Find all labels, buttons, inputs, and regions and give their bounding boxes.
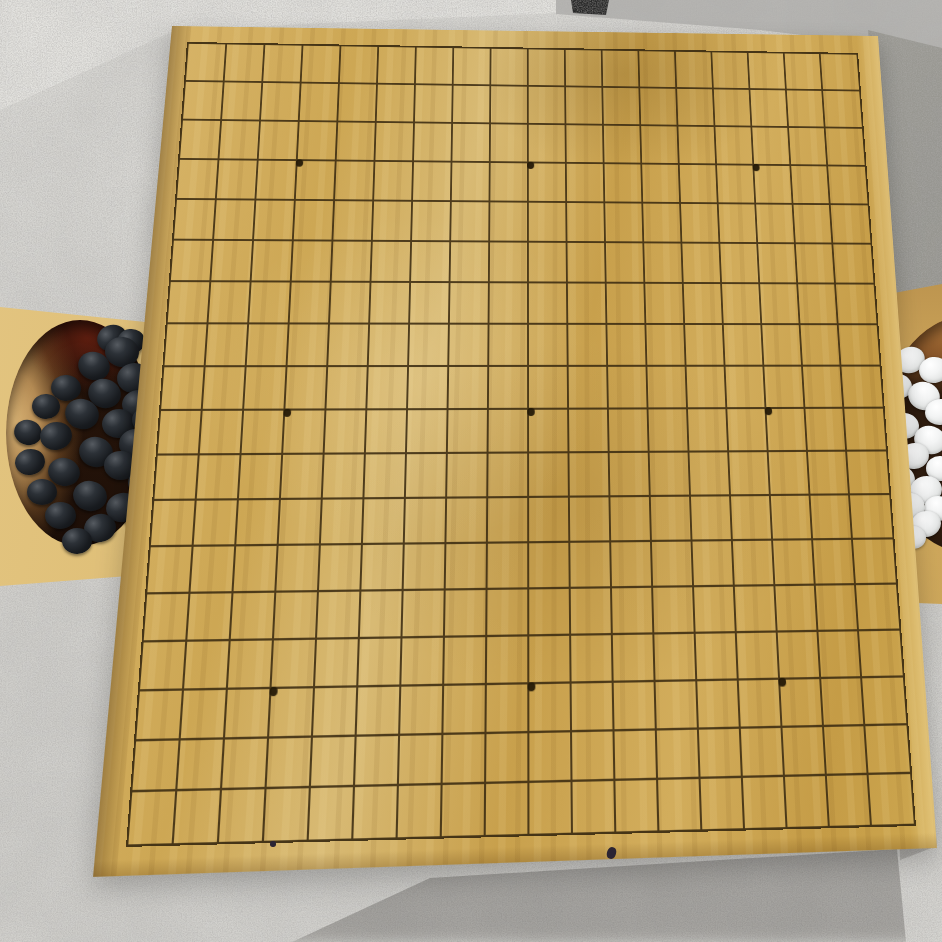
grid-cell [773,540,816,586]
grid-cell [489,367,529,410]
grid-cell [404,544,447,591]
grid-cell [358,638,402,687]
grid-cell [233,546,278,593]
grid-cell [647,367,688,410]
grid-cell [321,499,365,545]
grid-cell [775,586,818,633]
grid-cell [294,201,335,242]
board-grid [126,42,916,847]
grid-cell [360,591,404,639]
grid-cell [239,455,283,500]
grid-cell [841,367,882,409]
grid-cell [682,244,722,284]
grid-cell [340,46,379,84]
grid-cell [244,367,287,411]
grid-cell [333,201,374,242]
grid-cell [319,545,363,592]
grid-cell [374,162,414,202]
grid-cell [785,776,830,827]
grid-cell [490,202,529,242]
grid-cell [568,284,608,325]
grid-cell [769,452,811,496]
grid-cell [214,200,256,241]
grid-cell [247,324,290,367]
grid-cell [450,242,490,283]
grid-cell [828,166,868,205]
grid-cell [529,87,567,125]
grid-cell [573,781,617,833]
grid-cell [813,540,856,586]
grid-cell [793,205,833,245]
grid-cell [375,123,415,162]
grid-cell [676,52,714,90]
grid-cell [823,91,862,129]
grid-cell [569,453,610,498]
grid-cell [612,588,654,635]
grid-cell [758,244,798,284]
grid-cell [283,411,326,455]
grid-cell [572,731,615,782]
grid-cell [818,631,862,679]
grid-cell [787,90,826,128]
grid-cell [490,242,529,283]
grid-cell [414,123,453,162]
grid-cell [729,452,771,496]
grid-cell [338,84,378,123]
grid-cell [824,726,869,776]
grid-cell [208,282,251,324]
grid-cell [181,690,228,741]
grid-cell [694,587,737,634]
grid-cell [274,592,319,640]
grid-cell [821,678,865,727]
grid-cell [827,775,872,826]
grid-cell [313,688,358,738]
grid-cell [566,50,604,88]
grid-cell [613,635,656,683]
grid-cell [691,496,733,541]
grid-cell [401,638,445,687]
grid-cell [762,325,803,367]
grid-cell [254,201,296,242]
grid-cell [529,684,572,734]
grid-cell [161,367,206,411]
grid-cell [400,686,444,736]
grid-cell [529,498,570,544]
grid-cell [529,243,568,284]
grid-cell [361,545,404,592]
grid-cell [225,689,272,739]
grid-cell [529,453,570,498]
grid-cell [158,411,203,456]
grid-cell [128,791,177,844]
grid-cell [816,585,859,632]
grid-cell [186,44,227,83]
grid-cell [847,451,889,495]
grid-cell [811,495,853,540]
grid-cell [853,539,896,585]
grid-cell [685,325,725,367]
grid-cell [447,454,488,499]
grid-cell [831,205,871,245]
grid-cell [615,780,659,832]
grid-cell [272,640,317,689]
grid-cell [735,586,778,633]
grid-cell [449,325,489,367]
grid-cell [252,241,294,282]
grid-cell [859,631,903,679]
grid-cell [569,410,610,454]
grid-cell [298,122,339,161]
grid-cell [652,542,694,588]
grid-cell [151,501,197,548]
grid-cell [491,124,529,163]
grid-cell [445,590,488,638]
grid-cell [200,411,244,456]
grid-cell [749,53,787,90]
grid-cell [603,88,641,126]
grid-cell [241,411,285,456]
grid-cell [850,495,893,540]
grid-cell [687,367,728,410]
grid-cell [491,86,529,125]
grid-cell [529,49,566,87]
grid-cell [529,325,569,367]
grid-cell [805,409,847,452]
grid-cell [311,737,357,788]
grid-cell [611,542,653,588]
grid-cell [724,325,765,367]
grid-cell [529,636,571,685]
grid-cell [364,454,407,499]
grid-cell [371,242,412,283]
grid-cell [750,90,789,128]
grid-cell [571,588,613,635]
grid-cell [615,731,659,781]
grid-cell [488,498,529,544]
grid-cell [714,89,752,127]
grid-cell [785,54,823,91]
grid-cell [869,774,914,825]
grid-cell [353,786,399,838]
grid-cell [405,499,447,545]
grid-cell [144,594,191,643]
grid-cell [302,46,342,84]
grid-cell [569,367,609,410]
grid-cell [184,641,231,691]
star-point [527,161,534,169]
grid-cell [650,453,691,497]
grid-cell [180,121,222,161]
grid-cell [171,241,214,283]
grid-cell [789,128,828,166]
grid-cell [605,164,644,203]
grid-cell [642,165,681,204]
grid-cell [606,243,645,284]
grid-cell [717,165,756,204]
grid-cell [231,593,277,641]
grid-cell [752,127,791,166]
star-point [778,677,786,686]
grid-cell [614,682,657,731]
grid-cell [696,633,739,681]
grid-cell [572,683,615,732]
grid-cell [267,738,313,789]
grid-cell [607,284,647,325]
grid-cell [136,691,184,742]
grid-cell [335,161,375,201]
grid-cell [529,203,568,243]
grid-cell [791,166,830,205]
grid-cell [263,45,303,83]
grid-cell [610,453,651,498]
grid-cell [309,787,355,839]
grid-cell [183,82,225,121]
grid-cell [411,242,451,283]
grid-cell [607,325,647,367]
grid-cell [259,121,300,161]
grid-cell [567,164,605,204]
grid-cell [285,367,328,411]
grid-cell [276,546,321,593]
grid-cell [211,241,254,283]
grid-cell [571,635,614,683]
grid-cell [409,325,450,367]
grid-cell [399,735,443,786]
grid-cell [486,684,529,734]
grid-cell [567,243,606,284]
grid-cell [326,367,368,410]
grid-cell [446,544,488,591]
grid-cell [261,83,302,122]
grid-cell [355,736,400,787]
grid-cell [566,125,604,164]
grid-cell [222,739,269,791]
grid-cell [443,685,486,735]
grid-cell [363,499,406,545]
grid-cell [727,409,768,452]
grid-cell [367,367,409,410]
grid-cell [406,454,448,499]
grid-cell [225,44,266,82]
grid-cell [646,325,686,367]
grid-cell [722,284,762,325]
grid-cell [323,454,366,499]
grid-cell [164,324,208,367]
grid-cell [808,452,850,496]
grid-cell [407,410,449,454]
grid-cell [529,367,569,410]
grid-cell [681,204,720,244]
grid-cell [366,410,408,454]
grid-cell [743,777,788,828]
grid-cell [604,126,642,165]
grid-cell [486,733,529,784]
grid-cell [413,162,452,202]
grid-cell [605,203,644,243]
grid-cell [194,500,239,547]
star-point [527,408,535,416]
grid-cell [203,367,247,411]
grid-cell [222,82,263,121]
grid-cell [608,367,648,410]
grid-cell [236,500,281,546]
grid-cell [487,636,529,685]
grid-cell [715,127,754,166]
grid-cell [264,788,311,841]
grid-cell [415,85,454,124]
grid-cell [684,284,724,325]
grid-cell [529,410,569,454]
grid-cell [529,589,571,637]
grid-cell [839,325,880,366]
grid-cell [826,128,865,166]
grid-cell [330,283,372,325]
grid-cell [639,51,677,89]
grid-cell [766,409,807,452]
grid-cell [645,284,685,325]
grid-cell [651,497,693,542]
grid-cell [332,242,373,283]
grid-cell [279,500,323,546]
grid-cell [206,324,250,367]
grid-cell [450,283,490,325]
grid-cell [452,163,491,203]
grid-cell [739,680,783,729]
grid-cell [378,47,417,85]
grid-cell [783,727,827,777]
grid-cell [570,542,612,588]
grid-cell [741,728,785,778]
grid-cell [603,51,641,89]
grid-cell [529,163,567,203]
grid-cell [643,204,682,244]
grid-cell [570,497,611,543]
grid-cell [688,409,729,452]
star-point [764,407,772,415]
grid-cell [249,282,292,324]
grid-cell [197,455,242,501]
grid-cell [228,640,274,689]
grid-cell [567,203,606,243]
grid-cell [529,543,571,590]
grid-cell [489,283,528,325]
grid-cell [836,284,877,325]
grid-cell [653,587,696,634]
grid-cell [287,324,329,367]
grid-cell [487,589,529,637]
grid-cell [370,283,411,325]
grid-cell [140,642,187,692]
grid-cell [443,734,487,785]
grid-cell [731,496,773,541]
grid-cell [132,741,180,793]
grid-cell [697,681,741,730]
grid-cell [369,325,410,368]
grid-cell [699,729,743,779]
grid-cell [454,48,492,86]
grid-cell [649,409,690,453]
grid-cell [416,48,454,86]
grid-cell [446,498,488,544]
grid-cell [190,546,236,593]
grid-cell [771,496,813,541]
grid-cell [657,730,701,780]
grid-cell [529,782,573,834]
grid-cell [219,789,267,842]
grid-cell [187,593,233,642]
grid-cell [778,632,822,680]
grid-cell [300,83,340,122]
grid-cell [448,410,489,454]
grid-cell [844,409,886,452]
grid-cell [412,202,452,242]
grid-cell [373,201,413,242]
grid-cell [737,633,780,681]
grid-cell [654,634,697,682]
grid-cell [689,452,731,496]
grid-cell [803,367,844,409]
grid-cell [780,679,824,728]
grid-cell [693,541,735,587]
grid-cell [719,204,758,244]
grid-cell [292,241,334,282]
grid-cell [281,455,325,500]
grid-cell [701,778,745,829]
grid-cell [325,410,368,454]
grid-cell [610,497,652,542]
grid-cell [449,367,490,410]
grid-cell [147,547,193,595]
grid-cell [529,732,572,783]
grid-cell [174,790,222,843]
grid-cell [442,784,486,836]
grid-cell [796,244,836,284]
grid-cell [862,678,906,727]
grid-cell [377,85,416,124]
grid-cell [410,283,450,325]
grid-cell [529,125,567,164]
grid-cell [833,244,873,284]
grid-cell [328,325,370,368]
grid-cell [490,163,528,203]
grid-cell [488,454,529,499]
grid-cell [402,591,445,639]
grid-cell [754,166,793,205]
grid-cell [712,52,750,90]
grid-cell [357,687,402,737]
grid-cell [317,592,361,640]
grid-cell [444,637,487,686]
grid-cell [337,122,377,161]
grid-cell [566,87,604,125]
grid-cell [609,409,650,453]
grid-cell [408,367,449,410]
grid-cell [720,244,760,284]
photo-stage [0,0,942,942]
grid-cell [453,86,491,125]
grid-cell [486,783,530,835]
grid-cell [656,681,699,730]
grid-cell [217,160,259,200]
grid-cell [865,725,910,775]
grid-cell [177,740,225,792]
grid-cell [568,325,608,367]
grid-cell [764,367,805,409]
grid-cell [678,127,717,166]
grid-cell [154,455,199,501]
grid-cell [760,284,800,325]
